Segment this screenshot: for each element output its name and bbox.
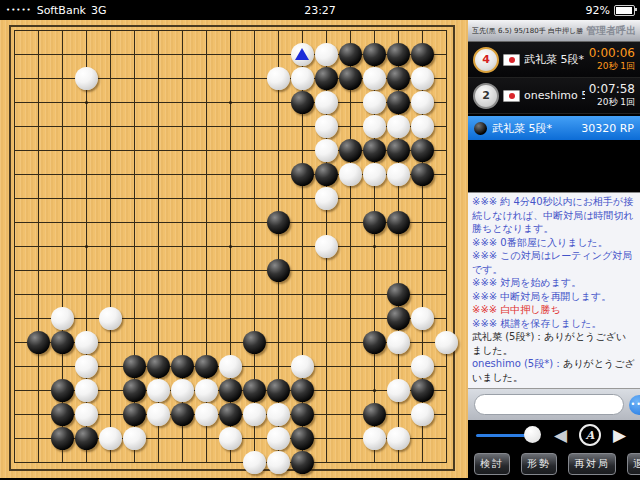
go-stone-white [99, 427, 122, 450]
go-stone-black [339, 43, 362, 66]
star-point [373, 245, 376, 248]
go-stone-white [267, 427, 290, 450]
go-stone-black [243, 331, 266, 354]
go-stone-white [51, 307, 74, 330]
go-stone-white [195, 403, 218, 426]
go-stone-black [267, 379, 290, 402]
go-stone-white [99, 307, 122, 330]
white-player-name: oneshimo 5段* [524, 88, 585, 103]
go-stone-white [75, 331, 98, 354]
player-row-black[interactable]: 4 武礼菜 5段* 0:00:06 20秒 1回 [468, 42, 640, 78]
chat-message: 武礼菜 (5段*)：ありがとうございました。 [472, 330, 636, 357]
call-admin-button[interactable]: 管理者呼出 [586, 24, 636, 38]
chat-input[interactable] [474, 394, 624, 415]
go-stone-white [363, 115, 386, 138]
go-stone-white [291, 355, 314, 378]
go-stone-white [75, 355, 98, 378]
go-stone-black [411, 139, 434, 162]
white-player-clock-icon: 2 [473, 83, 499, 109]
black-stone-icon [474, 122, 487, 135]
go-stone-black [363, 139, 386, 162]
score-estimate-button[interactable]: 形勢 [521, 453, 557, 475]
white-player-time: 0:07:58 [589, 83, 635, 97]
go-stone-white [363, 67, 386, 90]
go-stone-black [363, 331, 386, 354]
rating-points-label: 30320 RP [581, 122, 634, 135]
replay-controls: ◀ A ▶ [468, 420, 640, 450]
leave-room-button[interactable]: 退室 [627, 453, 640, 475]
black-player-time: 0:00:06 [589, 47, 635, 61]
go-stone-black [363, 43, 386, 66]
action-button-row: 検討 形勢 再対局 退室 [468, 450, 640, 478]
review-button[interactable]: 検討 [474, 453, 510, 475]
go-stone-black [291, 379, 314, 402]
go-stone-white [315, 43, 338, 66]
go-stone-black [291, 451, 314, 474]
chat-message: ※※※ 約 4分40秒以内にお相手が接続しなければ、中断対局は時間切れ勝ちとなり… [472, 195, 636, 236]
go-stone-white [387, 379, 410, 402]
chat-log[interactable]: ※※※ 約 4分40秒以内にお相手が接続しなければ、中断対局は時間切れ勝ちとなり… [468, 192, 640, 388]
go-stone-white [315, 235, 338, 258]
go-stone-white [267, 451, 290, 474]
chat-message: oneshimo (5段*)：ありがとうございました。 [472, 357, 636, 384]
go-stone-white [315, 91, 338, 114]
go-stone-black [219, 379, 242, 402]
go-stone-black [387, 67, 410, 90]
star-point [229, 245, 232, 248]
black-player-clock-icon: 4 [473, 47, 499, 73]
japan-flag-icon [503, 90, 520, 102]
clock-label: 23:27 [0, 4, 640, 17]
go-stone-black [339, 67, 362, 90]
go-stone-black [363, 211, 386, 234]
go-stone-white [219, 355, 242, 378]
go-stone-white [387, 331, 410, 354]
white-player-byoyomi: 20秒 1回 [589, 97, 635, 107]
step-back-icon[interactable]: ◀ [554, 427, 567, 444]
go-stone-black [51, 403, 74, 426]
go-stone-white [315, 139, 338, 162]
go-stone-black [195, 355, 218, 378]
go-stone-black [387, 91, 410, 114]
go-stone-black [219, 403, 242, 426]
game-info-bar: 互先(黒 6.5) 95/180手 白中押し勝ち 管理者呼出 [468, 20, 640, 42]
go-stone-white [363, 427, 386, 450]
black-player-byoyomi: 20秒 1回 [589, 61, 635, 71]
last-move-triangle-marker [295, 48, 309, 60]
go-stone-white [243, 451, 266, 474]
go-stone-black [387, 283, 410, 306]
chat-message: ※※※ 棋譜を保存しました。 [472, 317, 636, 331]
go-stone-white [411, 67, 434, 90]
go-stone-black [171, 403, 194, 426]
go-board-panel [0, 20, 468, 478]
go-stone-black [411, 43, 434, 66]
grid-line-h [14, 270, 447, 271]
go-stone-white [123, 427, 146, 450]
go-stone-black [147, 355, 170, 378]
go-stone-white [411, 115, 434, 138]
go-stone-black [171, 355, 194, 378]
battery-icon [614, 5, 635, 16]
go-stone-white [75, 67, 98, 90]
send-chat-icon[interactable]: ••• [629, 395, 640, 415]
go-stone-black [387, 211, 410, 234]
go-stone-white [171, 379, 194, 402]
go-stone-black [267, 259, 290, 282]
go-stone-white [243, 403, 266, 426]
go-stone-black [51, 379, 74, 402]
go-stone-black [315, 67, 338, 90]
grid-line-h [14, 462, 447, 463]
go-stone-black [339, 139, 362, 162]
go-stone-white [363, 91, 386, 114]
chat-message: ※※※ 中断対局を再開します。 [472, 290, 636, 304]
go-stone-black [51, 427, 74, 450]
go-stone-black [291, 403, 314, 426]
step-forward-icon[interactable]: ▶ [613, 427, 626, 444]
chat-message: ※※※ この対局はレーティング対局です。 [472, 249, 636, 276]
go-stone-black [267, 211, 290, 234]
star-point [85, 245, 88, 248]
go-stone-white [219, 427, 242, 450]
chat-message: ※※※ 0番部屋に入りました。 [472, 236, 636, 250]
go-stone-white [267, 403, 290, 426]
go-stone-black [27, 331, 50, 354]
grid-line-h [14, 294, 447, 295]
go-stone-black [75, 427, 98, 450]
go-stone-black [387, 307, 410, 330]
japan-flag-icon [503, 54, 520, 66]
go-stone-white [195, 379, 218, 402]
rating-bar[interactable]: 武礼菜 5段* 30320 RP [468, 116, 640, 140]
chat-message: ※※※ 対局を始めます。 [472, 276, 636, 290]
go-stone-white [147, 403, 170, 426]
go-stone-white [315, 115, 338, 138]
go-stone-black [315, 163, 338, 186]
go-stone-white [387, 163, 410, 186]
go-stone-black [51, 331, 74, 354]
go-stone-white [411, 403, 434, 426]
go-stone-white [411, 355, 434, 378]
slider-track [476, 434, 528, 437]
grid-line-v [350, 30, 351, 463]
go-stone-white [387, 115, 410, 138]
chat-input-row: ••• [468, 388, 640, 420]
go-stone-black [363, 403, 386, 426]
game-info-label: 互先(黒 6.5) 95/180手 白中押し勝ち [472, 26, 583, 36]
go-stone-white [267, 67, 290, 90]
player-row-white[interactable]: 2 oneshimo 5段* 0:07:58 20秒 1回 [468, 78, 640, 114]
star-point [373, 389, 376, 392]
go-stone-black [291, 163, 314, 186]
go-stone-white [411, 91, 434, 114]
go-stone-white [75, 403, 98, 426]
star-point [85, 101, 88, 104]
go-stone-black [123, 355, 146, 378]
star-point [229, 101, 232, 104]
go-stone-white [315, 187, 338, 210]
go-stone-white [147, 379, 170, 402]
rating-player-name: 武礼菜 5段* [492, 121, 576, 136]
go-stone-black [243, 379, 266, 402]
status-bar: ••••• SoftBank 3G 23:27 92% [0, 0, 640, 20]
rematch-button[interactable]: 再対局 [568, 453, 616, 475]
go-stone-black [411, 379, 434, 402]
go-stone-white [363, 163, 386, 186]
go-stone-black [291, 427, 314, 450]
grid-line-v [446, 30, 447, 463]
go-stone-white [291, 67, 314, 90]
auto-play-icon[interactable]: A [579, 424, 601, 446]
go-stone-white [75, 379, 98, 402]
go-stone-black [387, 43, 410, 66]
move-slider[interactable] [476, 426, 542, 444]
go-board[interactable] [0, 20, 468, 478]
slider-knob[interactable] [524, 426, 541, 443]
go-stone-black [123, 379, 146, 402]
chat-message: ※※※ 白中押し勝ち [472, 303, 636, 317]
go-stone-white [435, 331, 458, 354]
go-stone-black [411, 163, 434, 186]
app-screen: ••••• SoftBank 3G 23:27 92% 互先(黒 6.5) 95… [0, 0, 640, 480]
go-stone-black [387, 139, 410, 162]
go-stone-black [123, 403, 146, 426]
black-player-name: 武礼菜 5段* [524, 52, 585, 67]
grid-line-h [14, 318, 447, 319]
go-stone-black [291, 91, 314, 114]
battery-percent-label: 92% [586, 4, 610, 17]
go-stone-white [411, 307, 434, 330]
side-panel: 互先(黒 6.5) 95/180手 白中押し勝ち 管理者呼出 4 武礼菜 5段*… [468, 20, 640, 480]
go-stone-white [339, 163, 362, 186]
go-stone-white [387, 427, 410, 450]
